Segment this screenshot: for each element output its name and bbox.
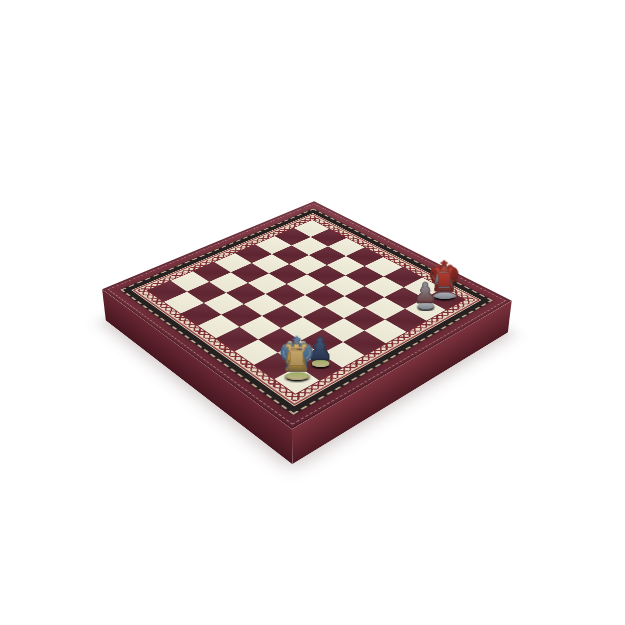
piece-base xyxy=(418,303,433,309)
piece-base xyxy=(286,373,308,380)
product-photo: ♜♞♝♛♚♝♞♜♟♟♟♟♟♟♟♟♟♟♟♟♟♟♟♟♜♞♝♛♚♝♞♜ xyxy=(0,0,625,625)
w-rook-glyph: ♜ xyxy=(280,340,313,376)
scene: ♜♞♝♛♚♝♞♜♟♟♟♟♟♟♟♟♟♟♟♟♟♟♟♟♜♞♝♛♚♝♞♜ xyxy=(0,0,625,625)
chess-box: ♜♞♝♛♚♝♞♜♟♟♟♟♟♟♟♟♟♟♟♟♟♟♟♟♜♞♝♛♚♝♞♜ xyxy=(102,201,512,429)
